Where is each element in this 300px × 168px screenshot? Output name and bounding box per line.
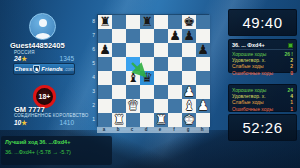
- square-f4[interactable]: [168, 71, 182, 85]
- stat-row-bad: Ошибочные ходы1: [232, 106, 293, 112]
- black-piece-a8[interactable]: ♜: [98, 15, 112, 29]
- move-eval-text: 36. ...Фxd4+ (-5.78 → -5.7): [5, 149, 108, 155]
- chess-board: ♜♜♚♟♟♟♟♝♛♟♛♝♟♜♜♚: [97, 14, 209, 126]
- square-a1[interactable]: [98, 113, 112, 127]
- white-piece-g2[interactable]: ♝: [182, 99, 196, 113]
- bottom-player-stats: Хорошие ходы24 Удовлетвор. х.4 Слабые хо…: [228, 84, 297, 112]
- black-piece-d8[interactable]: ♜: [140, 15, 154, 29]
- rank-labels: 87654321: [89, 14, 96, 126]
- square-a5[interactable]: [98, 57, 112, 71]
- square-e8[interactable]: [154, 15, 168, 29]
- file-labels: abcdefgh: [97, 127, 209, 133]
- square-d7[interactable]: [140, 29, 154, 43]
- square-h7[interactable]: [196, 29, 210, 43]
- square-b6[interactable]: [112, 43, 126, 57]
- square-e7[interactable]: [154, 29, 168, 43]
- square-c6[interactable]: [126, 43, 140, 57]
- square-d3[interactable]: [140, 85, 154, 99]
- white-piece-g3[interactable]: ♟: [182, 85, 196, 99]
- square-e4[interactable]: [154, 71, 168, 85]
- square-e1[interactable]: ♜: [154, 113, 168, 127]
- square-e5[interactable]: [154, 57, 168, 71]
- square-b7[interactable]: [112, 29, 126, 43]
- shield-knight-icon: ♞: [33, 65, 40, 73]
- move-quality-icon: [288, 43, 293, 48]
- square-f6[interactable]: [168, 43, 182, 57]
- square-b5[interactable]: [112, 57, 126, 71]
- square-e6[interactable]: [154, 43, 168, 57]
- square-a3[interactable]: [98, 85, 112, 99]
- square-g7[interactable]: ♟: [182, 29, 196, 43]
- top-player-clock: 49:40: [228, 9, 297, 36]
- white-piece-h2[interactable]: ♟: [196, 99, 210, 113]
- square-h8[interactable]: [196, 15, 210, 29]
- square-e3[interactable]: [154, 85, 168, 99]
- square-h1[interactable]: [196, 113, 210, 127]
- person-icon: [39, 19, 47, 27]
- white-piece-b1[interactable]: ♜: [112, 113, 126, 127]
- black-piece-d4[interactable]: ♛: [140, 71, 154, 85]
- square-c2[interactable]: ♛: [126, 99, 140, 113]
- square-f7[interactable]: ♟: [168, 29, 182, 43]
- square-h4[interactable]: [196, 71, 210, 85]
- square-e2[interactable]: [154, 99, 168, 113]
- square-a7[interactable]: [98, 29, 112, 43]
- bottom-player-country: СОЕДИНЕННОЕ КОРОЛЕВСТВО: [14, 113, 92, 118]
- avatar-top-player[interactable]: [29, 13, 56, 40]
- black-piece-h6[interactable]: ♟: [196, 43, 210, 57]
- square-b2[interactable]: [112, 99, 126, 113]
- square-c7[interactable]: [126, 29, 140, 43]
- white-piece-c2[interactable]: ♛: [126, 99, 140, 113]
- square-f3[interactable]: [168, 85, 182, 99]
- top-player-level: 24★: [14, 55, 27, 63]
- black-piece-c4[interactable]: ♝: [126, 71, 140, 85]
- star-icon: ★: [21, 55, 27, 62]
- square-g4[interactable]: [182, 71, 196, 85]
- square-b3[interactable]: [112, 85, 126, 99]
- square-f8[interactable]: [168, 15, 182, 29]
- white-piece-g1[interactable]: ♚: [182, 113, 196, 127]
- square-h2[interactable]: ♟: [196, 99, 210, 113]
- square-g1[interactable]: ♚: [182, 113, 196, 127]
- square-g3[interactable]: ♟: [182, 85, 196, 99]
- black-piece-f7[interactable]: ♟: [168, 29, 182, 43]
- game-window: Guest44852405 РОССИЯ 24★ 1345 Chess ♞ Fr…: [0, 0, 300, 168]
- chessfriends-logo[interactable]: Chess ♞ Friends .com: [13, 63, 75, 75]
- square-b1[interactable]: ♜: [112, 113, 126, 127]
- black-piece-a6[interactable]: ♟: [98, 43, 112, 57]
- square-g6[interactable]: [182, 43, 196, 57]
- square-h6[interactable]: ♟: [196, 43, 210, 57]
- square-f5[interactable]: [168, 57, 182, 71]
- square-c1[interactable]: [126, 113, 140, 127]
- square-a2[interactable]: [98, 99, 112, 113]
- black-piece-g7[interactable]: ♟: [182, 29, 196, 43]
- square-f1[interactable]: [168, 113, 182, 127]
- square-h3[interactable]: [196, 85, 210, 99]
- last-move-text: 36. ... Фxd4+: [232, 42, 265, 48]
- square-d6[interactable]: [140, 43, 154, 57]
- engine-analysis-box: Лучший ход 36. ...Фxd4+ 36. ...Фxd4+ (-5…: [1, 136, 112, 165]
- star-icon: ★: [21, 119, 27, 126]
- square-g8[interactable]: ♚: [182, 15, 196, 29]
- square-a6[interactable]: ♟: [98, 43, 112, 57]
- best-move-text: Лучший ход 36. ...Фxd4+: [5, 139, 108, 145]
- square-a8[interactable]: ♜: [98, 15, 112, 29]
- square-g2[interactable]: ♝: [182, 99, 196, 113]
- square-d1[interactable]: [140, 113, 154, 127]
- bottom-player-rating: 1410: [46, 119, 74, 126]
- square-g5[interactable]: [182, 57, 196, 71]
- bottom-player-level: 10★: [14, 119, 27, 127]
- top-player-name: Guest44852405: [10, 41, 90, 50]
- square-d4[interactable]: ♛: [140, 71, 154, 85]
- square-d8[interactable]: ♜: [140, 15, 154, 29]
- top-player-rating: 1345: [46, 55, 74, 62]
- square-a4[interactable]: [98, 71, 112, 85]
- square-f2[interactable]: [168, 99, 182, 113]
- top-player-stats: 36. ... Фxd4+ Хорошие ходы26 ! Удовлетво…: [228, 39, 297, 73]
- square-d2[interactable]: [140, 99, 154, 113]
- square-c5[interactable]: [126, 57, 140, 71]
- last-move-header: 36. ... Фxd4+: [232, 42, 293, 50]
- white-piece-e1[interactable]: ♜: [154, 113, 168, 127]
- square-c4[interactable]: ♝: [126, 71, 140, 85]
- stat-row-bad: Ошибочные ходы0: [232, 70, 293, 76]
- square-c8[interactable]: [126, 15, 140, 29]
- square-h5[interactable]: [196, 57, 210, 71]
- square-b4[interactable]: [112, 71, 126, 85]
- square-b8[interactable]: [112, 15, 126, 29]
- square-c3[interactable]: [126, 85, 140, 99]
- bottom-player-clock: 52:26: [228, 114, 297, 141]
- square-d5[interactable]: [140, 57, 154, 71]
- person-icon-body: [35, 33, 51, 40]
- black-piece-g8[interactable]: ♚: [182, 15, 196, 29]
